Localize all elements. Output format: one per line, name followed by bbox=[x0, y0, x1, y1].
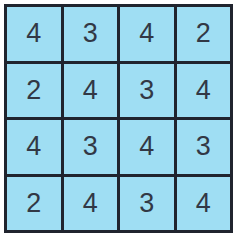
grid-cell-r4c2[interactable]: 4 bbox=[64, 177, 118, 231]
grid-cell-r3c2[interactable]: 3 bbox=[64, 120, 118, 174]
grid-cell-r3c1[interactable]: 4 bbox=[7, 120, 61, 174]
grid-cell-r2c2[interactable]: 4 bbox=[64, 64, 118, 118]
grid-cell-r1c4[interactable]: 2 bbox=[177, 7, 231, 61]
grid-cell-r2c4[interactable]: 4 bbox=[177, 64, 231, 118]
grid-cell-r2c1[interactable]: 2 bbox=[7, 64, 61, 118]
grid-cell-r4c4[interactable]: 4 bbox=[177, 177, 231, 231]
grid-cell-r3c3[interactable]: 4 bbox=[120, 120, 174, 174]
grid-cell-r3c4[interactable]: 3 bbox=[177, 120, 231, 174]
grid-cell-r1c1[interactable]: 4 bbox=[7, 7, 61, 61]
grid-cell-r1c2[interactable]: 3 bbox=[64, 7, 118, 61]
grid-cell-r4c1[interactable]: 2 bbox=[7, 177, 61, 231]
grid-cell-r4c3[interactable]: 3 bbox=[120, 177, 174, 231]
grid-cell-r2c3[interactable]: 3 bbox=[120, 64, 174, 118]
grid-cell-r1c3[interactable]: 4 bbox=[120, 7, 174, 61]
puzzle-board: 4 3 4 2 2 4 3 4 4 3 4 3 2 4 3 4 bbox=[4, 4, 233, 233]
